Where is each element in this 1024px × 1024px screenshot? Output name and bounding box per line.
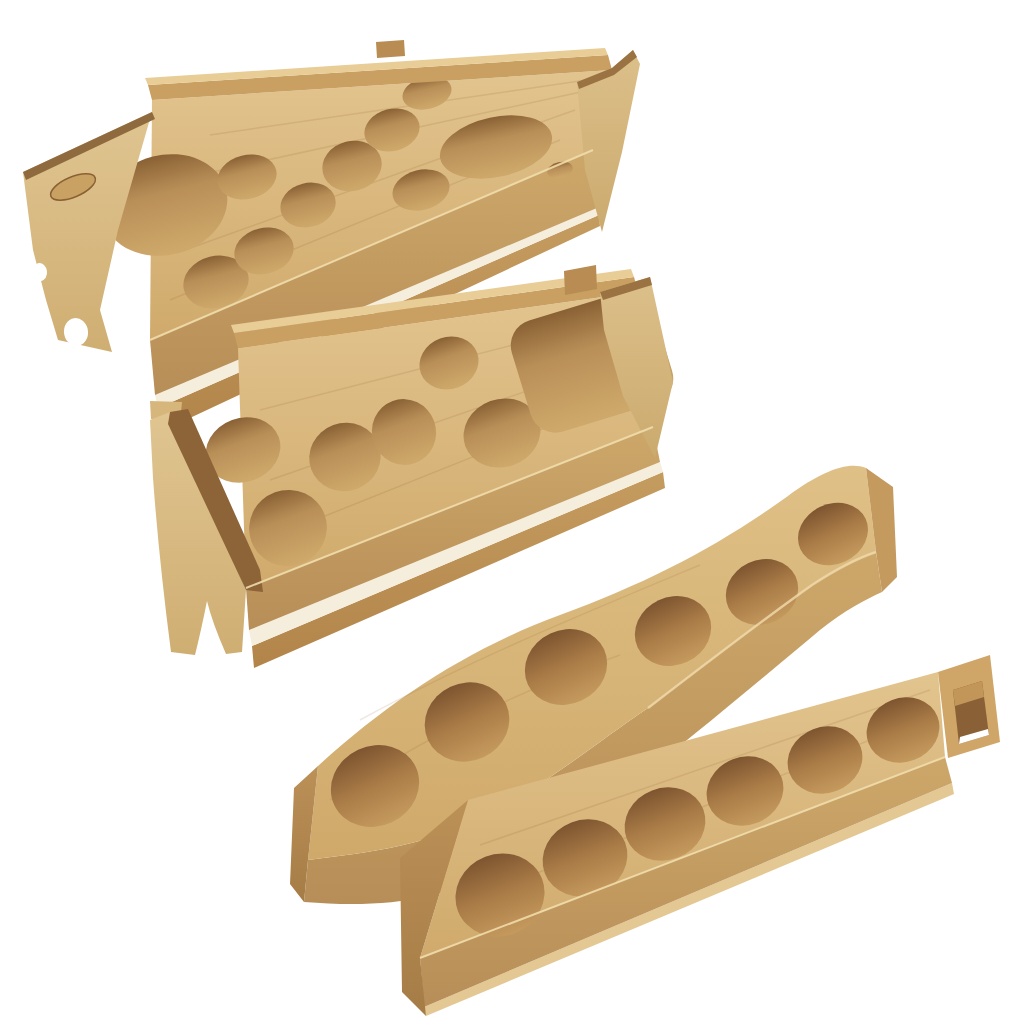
rack1-tenon-tab	[376, 40, 405, 58]
bamboo-racks-illustration	[0, 0, 1024, 1024]
product-photo: Four bamboo wooden essential oil bottle …	[0, 0, 1024, 1024]
